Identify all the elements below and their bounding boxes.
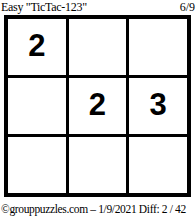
cell-r1c1[interactable]: 2: [8, 19, 66, 75]
footer-copyright: ©grouppuzzles.com – 1/9/2021 Diff: 2 / 4…: [1, 202, 196, 216]
cell-r1c3[interactable]: [129, 19, 187, 75]
header: Easy "TicTac-123" 6/9: [1, 0, 195, 14]
cell-r2c1[interactable]: [8, 78, 66, 134]
tictac-123-board: 2 2 3: [4, 15, 191, 197]
puzzle-page: Easy "TicTac-123" 6/9 2 2 3 ©grouppuzzle…: [0, 0, 196, 220]
cell-r2c2[interactable]: 2: [69, 78, 127, 134]
cell-r3c3[interactable]: [129, 137, 187, 193]
puzzle-title: Easy "TicTac-123": [1, 0, 87, 14]
cell-r2c3[interactable]: 3: [129, 78, 187, 134]
cell-r3c2[interactable]: [69, 137, 127, 193]
cell-r1c2[interactable]: [69, 19, 127, 75]
puzzle-counter: 6/9: [180, 0, 195, 14]
cell-r3c1[interactable]: [8, 137, 66, 193]
